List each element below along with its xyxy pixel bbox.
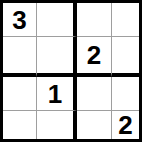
cell-r2c3[interactable]: 2 — [77, 37, 112, 77]
cell-r4c4[interactable]: 2 — [112, 111, 139, 139]
cell-r3c1[interactable] — [3, 77, 37, 111]
cell-r3c3[interactable] — [77, 77, 112, 111]
cell-r4c3[interactable] — [77, 111, 112, 139]
cell-r3c2[interactable]: 1 — [37, 77, 77, 111]
cell-r2c4[interactable] — [112, 37, 139, 77]
cell-r2c1[interactable] — [3, 37, 37, 77]
cell-r1c4[interactable] — [112, 3, 139, 37]
cell-r1c2[interactable] — [37, 3, 77, 37]
sudoku-board: 3 2 1 2 — [0, 0, 142, 142]
cell-r1c1[interactable]: 3 — [3, 3, 37, 37]
cell-r2c2[interactable] — [37, 37, 77, 77]
cell-r4c1[interactable] — [3, 111, 37, 139]
cell-r1c3[interactable] — [77, 3, 112, 37]
cell-r3c4[interactable] — [112, 77, 139, 111]
cell-r4c2[interactable] — [37, 111, 77, 139]
